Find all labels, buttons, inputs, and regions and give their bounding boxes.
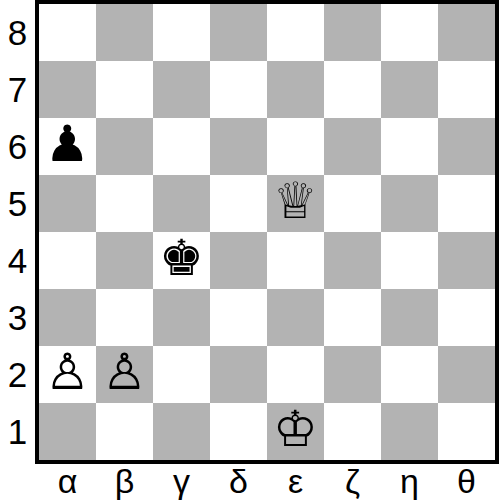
square-e8[interactable] — [267, 4, 324, 61]
white-pawn-icon: ♙ — [45, 344, 90, 401]
square-a2[interactable]: ♙ — [39, 346, 96, 403]
black-king-icon: ♚ — [159, 230, 204, 287]
square-h1[interactable] — [438, 403, 495, 460]
rank-label-6: 6 — [0, 118, 35, 175]
square-g7[interactable] — [381, 61, 438, 118]
square-b3[interactable] — [96, 289, 153, 346]
file-label-g: η — [381, 464, 438, 500]
file-label-c: γ — [153, 464, 210, 500]
square-d2[interactable] — [210, 346, 267, 403]
square-e4[interactable] — [267, 232, 324, 289]
square-b8[interactable] — [96, 4, 153, 61]
square-a4[interactable] — [39, 232, 96, 289]
square-c1[interactable] — [153, 403, 210, 460]
corner-spacer — [0, 464, 39, 500]
square-e6[interactable] — [267, 118, 324, 175]
square-c6[interactable] — [153, 118, 210, 175]
square-e1[interactable]: ♔ — [267, 403, 324, 460]
rank-label-5: 5 — [0, 175, 35, 232]
file-label-h: θ — [438, 464, 495, 500]
square-b7[interactable] — [96, 61, 153, 118]
square-f2[interactable] — [324, 346, 381, 403]
square-f1[interactable] — [324, 403, 381, 460]
chess-diagram: 87654321 ♟♕♚♙♙♔ αβγδεζηθ — [0, 0, 500, 500]
square-d6[interactable] — [210, 118, 267, 175]
square-g2[interactable] — [381, 346, 438, 403]
square-c4[interactable]: ♚ — [153, 232, 210, 289]
white-queen-icon: ♕ — [273, 173, 318, 230]
rank-label-4: 4 — [0, 232, 35, 289]
square-c2[interactable] — [153, 346, 210, 403]
square-c5[interactable] — [153, 175, 210, 232]
square-b1[interactable] — [96, 403, 153, 460]
square-a3[interactable] — [39, 289, 96, 346]
square-d5[interactable] — [210, 175, 267, 232]
rank-labels: 87654321 — [0, 0, 35, 460]
square-c7[interactable] — [153, 61, 210, 118]
square-a6[interactable]: ♟ — [39, 118, 96, 175]
rank-label-2: 2 — [0, 346, 35, 403]
square-d7[interactable] — [210, 61, 267, 118]
square-f5[interactable] — [324, 175, 381, 232]
chess-board: ♟♕♚♙♙♔ — [35, 0, 499, 464]
file-label-f: ζ — [324, 464, 381, 500]
file-label-d: δ — [210, 464, 267, 500]
square-g6[interactable] — [381, 118, 438, 175]
square-f4[interactable] — [324, 232, 381, 289]
square-b4[interactable] — [96, 232, 153, 289]
rank-label-8: 8 — [0, 4, 35, 61]
white-king-icon: ♔ — [273, 401, 318, 458]
square-h2[interactable] — [438, 346, 495, 403]
file-label-e: ε — [267, 464, 324, 500]
square-b6[interactable] — [96, 118, 153, 175]
rank-label-1: 1 — [0, 403, 35, 460]
square-h5[interactable] — [438, 175, 495, 232]
square-d4[interactable] — [210, 232, 267, 289]
square-f8[interactable] — [324, 4, 381, 61]
square-g8[interactable] — [381, 4, 438, 61]
square-a8[interactable] — [39, 4, 96, 61]
square-e3[interactable] — [267, 289, 324, 346]
square-f6[interactable] — [324, 118, 381, 175]
square-e2[interactable] — [267, 346, 324, 403]
square-b5[interactable] — [96, 175, 153, 232]
square-d1[interactable] — [210, 403, 267, 460]
square-g3[interactable] — [381, 289, 438, 346]
square-a5[interactable] — [39, 175, 96, 232]
square-a1[interactable] — [39, 403, 96, 460]
square-h8[interactable] — [438, 4, 495, 61]
file-label-a: α — [39, 464, 96, 500]
square-g1[interactable] — [381, 403, 438, 460]
square-a7[interactable] — [39, 61, 96, 118]
square-e7[interactable] — [267, 61, 324, 118]
rank-label-3: 3 — [0, 289, 35, 346]
square-d3[interactable] — [210, 289, 267, 346]
square-h6[interactable] — [438, 118, 495, 175]
square-d8[interactable] — [210, 4, 267, 61]
white-pawn-icon: ♙ — [102, 344, 147, 401]
square-c3[interactable] — [153, 289, 210, 346]
square-f7[interactable] — [324, 61, 381, 118]
square-h4[interactable] — [438, 232, 495, 289]
square-g5[interactable] — [381, 175, 438, 232]
square-g4[interactable] — [381, 232, 438, 289]
square-b2[interactable]: ♙ — [96, 346, 153, 403]
black-pawn-icon: ♟ — [45, 116, 90, 173]
rank-label-7: 7 — [0, 61, 35, 118]
square-c8[interactable] — [153, 4, 210, 61]
square-e5[interactable]: ♕ — [267, 175, 324, 232]
file-label-b: β — [96, 464, 153, 500]
file-labels: αβγδεζηθ — [39, 464, 495, 500]
square-h7[interactable] — [438, 61, 495, 118]
square-f3[interactable] — [324, 289, 381, 346]
square-h3[interactable] — [438, 289, 495, 346]
